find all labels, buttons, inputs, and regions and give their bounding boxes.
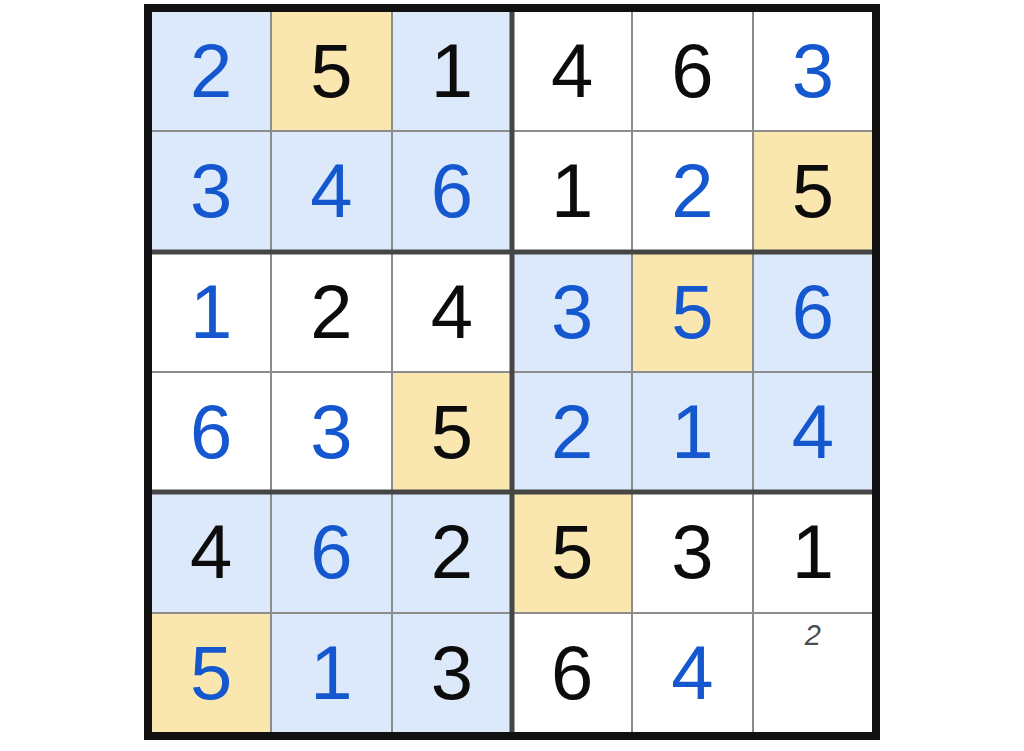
digit-5: 5 <box>431 394 473 470</box>
digit-5: 5 <box>190 635 232 711</box>
digit-5: 5 <box>310 33 352 109</box>
cell-r4c4[interactable]: 2 <box>513 373 631 491</box>
cell-r1c3[interactable]: 1 <box>393 12 511 130</box>
cell-r1c5[interactable]: 6 <box>633 12 751 130</box>
digit-3: 3 <box>431 635 473 711</box>
cell-r1c1[interactable]: 2 <box>152 12 270 130</box>
pencil-note: 2 <box>805 621 821 650</box>
digit-1: 1 <box>551 153 593 229</box>
digit-4: 4 <box>190 514 232 590</box>
digit-4: 4 <box>310 153 352 229</box>
cell-r2c5[interactable]: 2 <box>633 132 751 250</box>
cell-r6c2[interactable]: 1 <box>272 614 390 732</box>
cell-r4c5[interactable]: 1 <box>633 373 751 491</box>
digit-3: 3 <box>792 33 834 109</box>
cell-r4c2[interactable]: 3 <box>272 373 390 491</box>
digit-3: 3 <box>671 514 713 590</box>
digit-1: 1 <box>792 514 834 590</box>
digit-5: 5 <box>671 274 713 350</box>
cell-r3c2[interactable]: 2 <box>272 253 390 371</box>
cell-r1c4[interactable]: 4 <box>513 12 631 130</box>
cell-r3c1[interactable]: 1 <box>152 253 270 371</box>
cell-r1c2[interactable]: 5 <box>272 12 390 130</box>
cell-r2c6[interactable]: 5 <box>754 132 872 250</box>
digit-6: 6 <box>551 635 593 711</box>
digit-6: 6 <box>190 394 232 470</box>
digit-2: 2 <box>190 33 232 109</box>
cell-r6c6[interactable]: 2 <box>754 614 872 732</box>
digit-4: 4 <box>671 635 713 711</box>
cell-r2c2[interactable]: 4 <box>272 132 390 250</box>
cell-r6c5[interactable]: 4 <box>633 614 751 732</box>
digit-4: 4 <box>431 274 473 350</box>
digit-4: 4 <box>792 394 834 470</box>
digit-2: 2 <box>671 153 713 229</box>
digit-2: 2 <box>431 514 473 590</box>
cell-r3c6[interactable]: 6 <box>754 253 872 371</box>
cell-r4c1[interactable]: 6 <box>152 373 270 491</box>
page-background: 251463346125124356635214462531513642 <box>0 0 1024 751</box>
cell-r5c5[interactable]: 3 <box>633 493 751 611</box>
digit-1: 1 <box>190 274 232 350</box>
cell-r1c6[interactable]: 3 <box>754 12 872 130</box>
cell-r6c1[interactable]: 5 <box>152 614 270 732</box>
cell-r5c3[interactable]: 2 <box>393 493 511 611</box>
cell-r3c4[interactable]: 3 <box>513 253 631 371</box>
digit-4: 4 <box>551 33 593 109</box>
digit-3: 3 <box>190 153 232 229</box>
cell-r2c4[interactable]: 1 <box>513 132 631 250</box>
cell-r5c1[interactable]: 4 <box>152 493 270 611</box>
digit-6: 6 <box>431 153 473 229</box>
digit-2: 2 <box>551 394 593 470</box>
digit-3: 3 <box>310 394 352 470</box>
sudoku-board: 251463346125124356635214462531513642 <box>144 4 880 740</box>
cell-r3c3[interactable]: 4 <box>393 253 511 371</box>
digit-2: 2 <box>310 274 352 350</box>
cell-r6c4[interactable]: 6 <box>513 614 631 732</box>
digit-3: 3 <box>551 274 593 350</box>
digit-1: 1 <box>431 33 473 109</box>
cell-r6c3[interactable]: 3 <box>393 614 511 732</box>
digit-5: 5 <box>792 153 834 229</box>
digit-6: 6 <box>671 33 713 109</box>
cell-r5c6[interactable]: 1 <box>754 493 872 611</box>
digit-5: 5 <box>551 514 593 590</box>
cell-r4c6[interactable]: 4 <box>754 373 872 491</box>
digit-1: 1 <box>671 394 713 470</box>
cell-r2c3[interactable]: 6 <box>393 132 511 250</box>
cell-r5c4[interactable]: 5 <box>513 493 631 611</box>
digit-6: 6 <box>310 514 352 590</box>
cell-r2c1[interactable]: 3 <box>152 132 270 250</box>
digit-6: 6 <box>792 274 834 350</box>
cell-r4c3[interactable]: 5 <box>393 373 511 491</box>
cell-r5c2[interactable]: 6 <box>272 493 390 611</box>
digit-1: 1 <box>310 635 352 711</box>
cell-r3c5[interactable]: 5 <box>633 253 751 371</box>
